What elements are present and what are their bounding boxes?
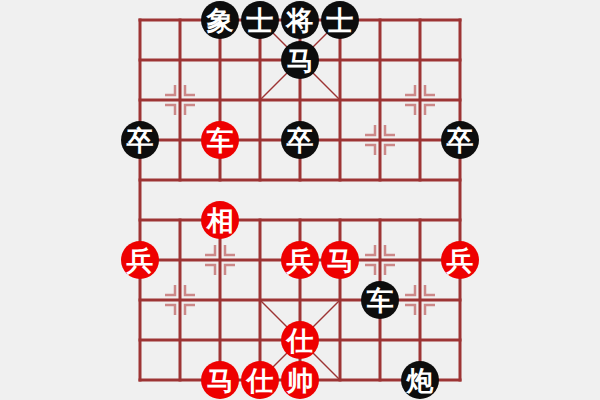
piece-black-horse[interactable]: 马 xyxy=(281,41,319,79)
piece-red-soldier[interactable]: 兵 xyxy=(121,241,159,279)
piece-black-elephant[interactable]: 象 xyxy=(201,1,239,39)
piece-red-advisor[interactable]: 仕 xyxy=(281,321,319,359)
piece-black-soldier[interactable]: 卒 xyxy=(281,121,319,159)
piece-black-chariot[interactable]: 车 xyxy=(361,281,399,319)
xiangqi-app: 象士将士马卒车卒卒相兵兵马兵车仕马仕帅炮 xyxy=(0,0,600,400)
piece-black-general[interactable]: 将 xyxy=(281,1,319,39)
piece-black-cannon[interactable]: 炮 xyxy=(401,361,439,399)
piece-red-horse[interactable]: 马 xyxy=(201,361,239,399)
piece-black-soldier[interactable]: 卒 xyxy=(441,121,479,159)
piece-black-advisor[interactable]: 士 xyxy=(321,1,359,39)
piece-red-chariot[interactable]: 车 xyxy=(201,121,239,159)
piece-red-horse[interactable]: 马 xyxy=(321,241,359,279)
piece-red-general[interactable]: 帅 xyxy=(281,361,319,399)
piece-black-advisor[interactable]: 士 xyxy=(241,1,279,39)
piece-red-soldier[interactable]: 兵 xyxy=(281,241,319,279)
piece-red-elephant[interactable]: 相 xyxy=(201,201,239,239)
piece-red-soldier[interactable]: 兵 xyxy=(441,241,479,279)
xiangqi-board[interactable]: 象士将士马卒车卒卒相兵兵马兵车仕马仕帅炮 xyxy=(120,0,480,400)
piece-red-advisor[interactable]: 仕 xyxy=(241,361,279,399)
piece-black-soldier[interactable]: 卒 xyxy=(121,121,159,159)
